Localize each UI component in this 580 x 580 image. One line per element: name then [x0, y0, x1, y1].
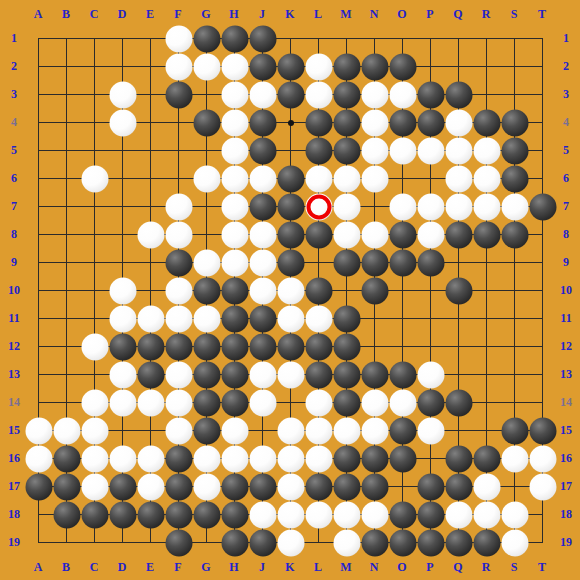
row-label-left: 14: [8, 396, 20, 408]
white-stone-C17[interactable]: [81, 473, 108, 500]
black-stone-B16[interactable]: [53, 445, 80, 472]
row-label-left: 6: [11, 172, 17, 184]
white-stone-K10[interactable]: [277, 277, 304, 304]
white-stone-N4[interactable]: [361, 109, 388, 136]
white-stone-K16[interactable]: [277, 445, 304, 472]
black-stone-Q10[interactable]: [445, 277, 472, 304]
black-stone-R8[interactable]: [473, 221, 500, 248]
white-stone-G16[interactable]: [193, 445, 220, 472]
white-stone-E11[interactable]: [137, 305, 164, 332]
white-stone-D4[interactable]: [109, 109, 136, 136]
white-stone-F10[interactable]: [165, 277, 192, 304]
white-stone-H9[interactable]: [221, 249, 248, 276]
black-stone-P18[interactable]: [417, 501, 444, 528]
white-stone-C14[interactable]: [81, 389, 108, 416]
white-stone-J10[interactable]: [249, 277, 276, 304]
black-stone-P17[interactable]: [417, 473, 444, 500]
white-stone-Q18[interactable]: [445, 501, 472, 528]
white-stone-E16[interactable]: [137, 445, 164, 472]
white-stone-H15[interactable]: [221, 417, 248, 444]
white-stone-G9[interactable]: [193, 249, 220, 276]
row-label-right: 6: [563, 172, 569, 184]
white-stone-Q4[interactable]: [445, 109, 472, 136]
black-stone-J11[interactable]: [249, 305, 276, 332]
black-stone-M14[interactable]: [333, 389, 360, 416]
column-label-top: J: [259, 8, 265, 20]
column-label-top: G: [201, 8, 210, 20]
go-board[interactable]: AABBCCDDEEFFGGHHJJKKLLMMNNOOPPQQRRSSTT11…: [0, 0, 580, 580]
black-stone-M17[interactable]: [333, 473, 360, 500]
column-label-bottom: E: [146, 561, 154, 573]
black-stone-C18[interactable]: [81, 501, 108, 528]
black-stone-N17[interactable]: [361, 473, 388, 500]
black-stone-F12[interactable]: [165, 333, 192, 360]
black-stone-O15[interactable]: [389, 417, 416, 444]
row-label-right: 9: [563, 256, 569, 268]
column-label-bottom: N: [370, 561, 379, 573]
black-stone-J19[interactable]: [249, 529, 276, 556]
black-stone-H18[interactable]: [221, 501, 248, 528]
white-stone-D10[interactable]: [109, 277, 136, 304]
white-stone-A16[interactable]: [25, 445, 52, 472]
row-label-right: 4: [563, 116, 569, 128]
black-stone-L8[interactable]: [305, 221, 332, 248]
white-stone-D11[interactable]: [109, 305, 136, 332]
black-stone-O2[interactable]: [389, 53, 416, 80]
column-label-bottom: K: [285, 561, 294, 573]
column-label-top: T: [538, 8, 546, 20]
black-stone-F3[interactable]: [165, 81, 192, 108]
row-label-right: 7: [563, 200, 569, 212]
white-stone-J13[interactable]: [249, 361, 276, 388]
black-stone-L17[interactable]: [305, 473, 332, 500]
column-label-top: M: [340, 8, 351, 20]
white-stone-R18[interactable]: [473, 501, 500, 528]
black-stone-S15[interactable]: [501, 417, 528, 444]
white-stone-H16[interactable]: [221, 445, 248, 472]
black-stone-R4[interactable]: [473, 109, 500, 136]
black-stone-E12[interactable]: [137, 333, 164, 360]
black-stone-N19[interactable]: [361, 529, 388, 556]
black-stone-S6[interactable]: [501, 165, 528, 192]
white-stone-F1[interactable]: [165, 25, 192, 52]
row-label-right: 1: [563, 32, 569, 44]
column-label-bottom: G: [201, 561, 210, 573]
row-label-left: 1: [11, 32, 17, 44]
row-label-right: 14: [560, 396, 572, 408]
row-label-left: 3: [11, 88, 17, 100]
white-stone-P13[interactable]: [417, 361, 444, 388]
white-stone-K19[interactable]: [277, 529, 304, 556]
row-label-right: 15: [560, 424, 572, 436]
black-stone-O16[interactable]: [389, 445, 416, 472]
black-stone-M9[interactable]: [333, 249, 360, 276]
black-stone-M16[interactable]: [333, 445, 360, 472]
black-stone-S5[interactable]: [501, 137, 528, 164]
black-stone-R19[interactable]: [473, 529, 500, 556]
black-stone-J5[interactable]: [249, 137, 276, 164]
black-stone-G13[interactable]: [193, 361, 220, 388]
black-stone-K3[interactable]: [277, 81, 304, 108]
white-stone-J6[interactable]: [249, 165, 276, 192]
white-stone-D13[interactable]: [109, 361, 136, 388]
white-stone-G2[interactable]: [193, 53, 220, 80]
white-stone-K18[interactable]: [277, 501, 304, 528]
black-stone-M2[interactable]: [333, 53, 360, 80]
column-label-bottom: L: [314, 561, 322, 573]
white-stone-Q5[interactable]: [445, 137, 472, 164]
black-stone-H11[interactable]: [221, 305, 248, 332]
black-stone-K12[interactable]: [277, 333, 304, 360]
black-stone-H14[interactable]: [221, 389, 248, 416]
black-stone-D12[interactable]: [109, 333, 136, 360]
row-label-left: 4: [11, 116, 17, 128]
white-stone-E14[interactable]: [137, 389, 164, 416]
black-stone-M12[interactable]: [333, 333, 360, 360]
black-stone-F9[interactable]: [165, 249, 192, 276]
black-stone-Q14[interactable]: [445, 389, 472, 416]
black-stone-D18[interactable]: [109, 501, 136, 528]
column-label-bottom: P: [426, 561, 433, 573]
black-stone-D17[interactable]: [109, 473, 136, 500]
black-stone-F17[interactable]: [165, 473, 192, 500]
white-stone-F14[interactable]: [165, 389, 192, 416]
white-stone-J14[interactable]: [249, 389, 276, 416]
black-stone-L4[interactable]: [305, 109, 332, 136]
black-stone-L13[interactable]: [305, 361, 332, 388]
white-stone-M19[interactable]: [333, 529, 360, 556]
white-stone-R7[interactable]: [473, 193, 500, 220]
black-stone-H10[interactable]: [221, 277, 248, 304]
black-stone-P4[interactable]: [417, 109, 444, 136]
white-stone-S7[interactable]: [501, 193, 528, 220]
row-label-left: 11: [8, 312, 19, 324]
black-stone-K6[interactable]: [277, 165, 304, 192]
white-stone-K11[interactable]: [277, 305, 304, 332]
black-stone-K2[interactable]: [277, 53, 304, 80]
white-stone-F13[interactable]: [165, 361, 192, 388]
white-stone-M15[interactable]: [333, 417, 360, 444]
row-label-left: 7: [11, 200, 17, 212]
column-label-top: R: [482, 8, 491, 20]
white-stone-A15[interactable]: [25, 417, 52, 444]
white-stone-N8[interactable]: [361, 221, 388, 248]
column-label-top: K: [285, 8, 294, 20]
column-label-bottom: S: [511, 561, 518, 573]
black-stone-G14[interactable]: [193, 389, 220, 416]
column-label-top: D: [118, 8, 127, 20]
black-stone-N13[interactable]: [361, 361, 388, 388]
column-label-bottom: O: [397, 561, 406, 573]
black-stone-G18[interactable]: [193, 501, 220, 528]
white-stone-F7[interactable]: [165, 193, 192, 220]
column-label-bottom: A: [34, 561, 43, 573]
white-stone-N5[interactable]: [361, 137, 388, 164]
black-stone-K8[interactable]: [277, 221, 304, 248]
black-stone-G15[interactable]: [193, 417, 220, 444]
white-stone-N18[interactable]: [361, 501, 388, 528]
black-stone-Q3[interactable]: [445, 81, 472, 108]
column-label-top: C: [90, 8, 99, 20]
row-label-right: 5: [563, 144, 569, 156]
white-stone-C16[interactable]: [81, 445, 108, 472]
white-stone-D14[interactable]: [109, 389, 136, 416]
column-label-bottom: D: [118, 561, 127, 573]
black-stone-P9[interactable]: [417, 249, 444, 276]
white-stone-H2[interactable]: [221, 53, 248, 80]
column-label-bottom: R: [482, 561, 491, 573]
white-stone-L18[interactable]: [305, 501, 332, 528]
white-stone-D3[interactable]: [109, 81, 136, 108]
black-stone-B17[interactable]: [53, 473, 80, 500]
column-label-top: S: [511, 8, 518, 20]
white-stone-T17[interactable]: [529, 473, 556, 500]
white-stone-K17[interactable]: [277, 473, 304, 500]
row-label-right: 16: [560, 452, 572, 464]
black-stone-Q16[interactable]: [445, 445, 472, 472]
white-stone-P15[interactable]: [417, 417, 444, 444]
black-stone-F18[interactable]: [165, 501, 192, 528]
black-stone-J7[interactable]: [249, 193, 276, 220]
column-label-bottom: B: [62, 561, 70, 573]
black-stone-H1[interactable]: [221, 25, 248, 52]
black-stone-G4[interactable]: [193, 109, 220, 136]
row-label-left: 13: [8, 368, 20, 380]
black-stone-P14[interactable]: [417, 389, 444, 416]
black-stone-H12[interactable]: [221, 333, 248, 360]
white-stone-M7[interactable]: [333, 193, 360, 220]
black-stone-L5[interactable]: [305, 137, 332, 164]
black-stone-M4[interactable]: [333, 109, 360, 136]
row-label-right: 12: [560, 340, 572, 352]
white-stone-E8[interactable]: [137, 221, 164, 248]
white-stone-D16[interactable]: [109, 445, 136, 472]
black-stone-H19[interactable]: [221, 529, 248, 556]
row-label-left: 8: [11, 228, 17, 240]
white-stone-J3[interactable]: [249, 81, 276, 108]
white-stone-L6[interactable]: [305, 165, 332, 192]
black-stone-J2[interactable]: [249, 53, 276, 80]
black-stone-Q8[interactable]: [445, 221, 472, 248]
white-stone-R6[interactable]: [473, 165, 500, 192]
column-label-top: E: [146, 8, 154, 20]
black-stone-N10[interactable]: [361, 277, 388, 304]
column-label-top: L: [314, 8, 322, 20]
black-stone-M13[interactable]: [333, 361, 360, 388]
black-stone-H13[interactable]: [221, 361, 248, 388]
column-label-top: Q: [453, 8, 462, 20]
black-stone-O18[interactable]: [389, 501, 416, 528]
black-stone-S8[interactable]: [501, 221, 528, 248]
black-stone-G10[interactable]: [193, 277, 220, 304]
row-label-right: 19: [560, 536, 572, 548]
white-stone-G17[interactable]: [193, 473, 220, 500]
white-stone-L15[interactable]: [305, 417, 332, 444]
white-stone-J16[interactable]: [249, 445, 276, 472]
black-stone-P3[interactable]: [417, 81, 444, 108]
black-stone-P19[interactable]: [417, 529, 444, 556]
white-stone-P8[interactable]: [417, 221, 444, 248]
row-label-left: 5: [11, 144, 17, 156]
white-stone-R17[interactable]: [473, 473, 500, 500]
column-label-top: N: [370, 8, 379, 20]
black-stone-G12[interactable]: [193, 333, 220, 360]
star-point: [288, 120, 294, 126]
white-stone-O5[interactable]: [389, 137, 416, 164]
row-label-right: 13: [560, 368, 572, 380]
column-label-bottom: C: [90, 561, 99, 573]
column-label-top: H: [229, 8, 238, 20]
black-stone-L10[interactable]: [305, 277, 332, 304]
column-label-bottom: J: [259, 561, 265, 573]
black-stone-B18[interactable]: [53, 501, 80, 528]
row-label-right: 18: [560, 508, 572, 520]
black-stone-Q19[interactable]: [445, 529, 472, 556]
white-stone-P5[interactable]: [417, 137, 444, 164]
white-stone-L16[interactable]: [305, 445, 332, 472]
column-label-top: O: [397, 8, 406, 20]
row-label-left: 16: [8, 452, 20, 464]
white-stone-M8[interactable]: [333, 221, 360, 248]
white-stone-C12[interactable]: [81, 333, 108, 360]
white-stone-C15[interactable]: [81, 417, 108, 444]
column-label-bottom: H: [229, 561, 238, 573]
white-stone-M6[interactable]: [333, 165, 360, 192]
white-stone-J8[interactable]: [249, 221, 276, 248]
black-stone-T7[interactable]: [529, 193, 556, 220]
row-label-right: 17: [560, 480, 572, 492]
black-stone-O13[interactable]: [389, 361, 416, 388]
black-stone-N9[interactable]: [361, 249, 388, 276]
row-label-right: 10: [560, 284, 572, 296]
white-stone-S16[interactable]: [501, 445, 528, 472]
white-stone-O3[interactable]: [389, 81, 416, 108]
white-stone-K15[interactable]: [277, 417, 304, 444]
last-move-circle-marker: [306, 194, 331, 219]
white-stone-J9[interactable]: [249, 249, 276, 276]
row-label-right: 3: [563, 88, 569, 100]
white-stone-F15[interactable]: [165, 417, 192, 444]
column-label-top: P: [426, 8, 433, 20]
row-label-right: 2: [563, 60, 569, 72]
white-stone-H6[interactable]: [221, 165, 248, 192]
row-label-left: 15: [8, 424, 20, 436]
white-stone-L11[interactable]: [305, 305, 332, 332]
black-stone-T15[interactable]: [529, 417, 556, 444]
white-stone-K13[interactable]: [277, 361, 304, 388]
white-stone-S19[interactable]: [501, 529, 528, 556]
black-stone-G1[interactable]: [193, 25, 220, 52]
white-stone-E17[interactable]: [137, 473, 164, 500]
column-label-bottom: T: [538, 561, 546, 573]
white-stone-M18[interactable]: [333, 501, 360, 528]
white-stone-F8[interactable]: [165, 221, 192, 248]
column-label-bottom: F: [174, 561, 181, 573]
last-move-stone-L7[interactable]: [305, 193, 332, 220]
row-label-left: 19: [8, 536, 20, 548]
white-stone-P7[interactable]: [417, 193, 444, 220]
black-stone-K7[interactable]: [277, 193, 304, 220]
white-stone-B15[interactable]: [53, 417, 80, 444]
black-stone-N2[interactable]: [361, 53, 388, 80]
white-stone-S18[interactable]: [501, 501, 528, 528]
white-stone-T16[interactable]: [529, 445, 556, 472]
black-stone-J1[interactable]: [249, 25, 276, 52]
row-label-right: 8: [563, 228, 569, 240]
column-label-top: A: [34, 8, 43, 20]
white-stone-H8[interactable]: [221, 221, 248, 248]
white-stone-N6[interactable]: [361, 165, 388, 192]
white-stone-N3[interactable]: [361, 81, 388, 108]
row-label-left: 9: [11, 256, 17, 268]
column-label-bottom: M: [340, 561, 351, 573]
black-stone-M5[interactable]: [333, 137, 360, 164]
black-stone-K9[interactable]: [277, 249, 304, 276]
white-stone-G6[interactable]: [193, 165, 220, 192]
white-stone-H5[interactable]: [221, 137, 248, 164]
black-stone-Q17[interactable]: [445, 473, 472, 500]
white-stone-L2[interactable]: [305, 53, 332, 80]
column-label-bottom: Q: [453, 561, 462, 573]
black-stone-E13[interactable]: [137, 361, 164, 388]
black-stone-M3[interactable]: [333, 81, 360, 108]
white-stone-O7[interactable]: [389, 193, 416, 220]
row-label-left: 10: [8, 284, 20, 296]
black-stone-M11[interactable]: [333, 305, 360, 332]
black-stone-N16[interactable]: [361, 445, 388, 472]
column-label-top: F: [174, 8, 181, 20]
black-stone-O8[interactable]: [389, 221, 416, 248]
black-stone-L12[interactable]: [305, 333, 332, 360]
white-stone-H7[interactable]: [221, 193, 248, 220]
white-stone-L14[interactable]: [305, 389, 332, 416]
black-stone-O4[interactable]: [389, 109, 416, 136]
white-stone-G11[interactable]: [193, 305, 220, 332]
white-stone-Q7[interactable]: [445, 193, 472, 220]
row-label-right: 11: [560, 312, 571, 324]
row-label-left: 2: [11, 60, 17, 72]
black-stone-H17[interactable]: [221, 473, 248, 500]
white-stone-F2[interactable]: [165, 53, 192, 80]
white-stone-H4[interactable]: [221, 109, 248, 136]
black-stone-O9[interactable]: [389, 249, 416, 276]
white-stone-L3[interactable]: [305, 81, 332, 108]
black-stone-O19[interactable]: [389, 529, 416, 556]
white-stone-J18[interactable]: [249, 501, 276, 528]
white-stone-H3[interactable]: [221, 81, 248, 108]
black-stone-F19[interactable]: [165, 529, 192, 556]
black-stone-F16[interactable]: [165, 445, 192, 472]
row-label-left: 12: [8, 340, 20, 352]
white-stone-F11[interactable]: [165, 305, 192, 332]
row-label-left: 18: [8, 508, 20, 520]
black-stone-E18[interactable]: [137, 501, 164, 528]
white-stone-N15[interactable]: [361, 417, 388, 444]
white-stone-R5[interactable]: [473, 137, 500, 164]
white-stone-Q6[interactable]: [445, 165, 472, 192]
white-stone-N14[interactable]: [361, 389, 388, 416]
white-stone-O14[interactable]: [389, 389, 416, 416]
row-label-left: 17: [8, 480, 20, 492]
black-stone-J12[interactable]: [249, 333, 276, 360]
black-stone-S4[interactable]: [501, 109, 528, 136]
black-stone-A17[interactable]: [25, 473, 52, 500]
black-stone-R16[interactable]: [473, 445, 500, 472]
black-stone-J17[interactable]: [249, 473, 276, 500]
black-stone-J4[interactable]: [249, 109, 276, 136]
white-stone-C6[interactable]: [81, 165, 108, 192]
column-label-top: B: [62, 8, 70, 20]
